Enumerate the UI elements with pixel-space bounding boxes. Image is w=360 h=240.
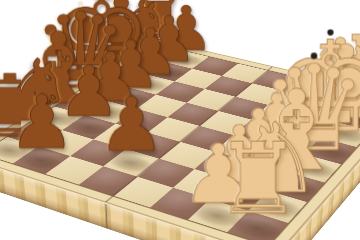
white-queen-finial [311, 53, 317, 59]
black-queen-finial [78, 1, 84, 7]
fold-seam-front [104, 204, 108, 230]
piece-white-pawn-h2: ♟ [284, 30, 360, 96]
piece-black-rook-h8: ♜ [106, 0, 209, 52]
white-king-finial [327, 29, 333, 35]
chess-set-photo: ♜♞♝♛♚♝♞♜♟♟♟♟♟♟♟♟♟♟♟♟♟♟♟♟♜♞♝♛♚♝♞♜ [0, 0, 360, 240]
chess-board: ♜♞♝♛♚♝♞♜♟♟♟♟♟♟♟♟♟♟♟♟♟♟♟♟♜♞♝♛♚♝♞♜ [0, 38, 360, 240]
